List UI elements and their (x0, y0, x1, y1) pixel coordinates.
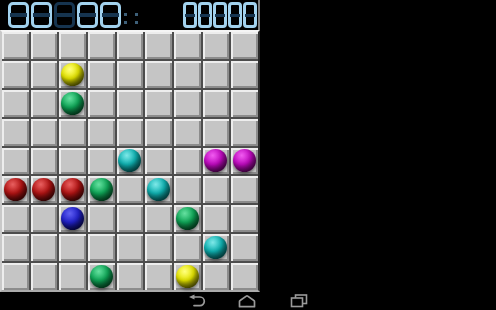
ball-blue[interactable] (61, 207, 84, 230)
cell-r7c2[interactable] (31, 205, 58, 232)
cell-r1c3[interactable] (59, 32, 86, 59)
cell-r1c5[interactable] (117, 32, 144, 59)
cell-r8c1[interactable] (2, 234, 29, 261)
ball-magenta[interactable] (204, 149, 227, 172)
cell-r1c6[interactable] (145, 32, 172, 59)
ball-magenta[interactable] (233, 149, 256, 172)
cell-r3c4[interactable] (88, 90, 115, 117)
ball-green[interactable] (90, 178, 113, 201)
cell-r6c3[interactable] (59, 176, 86, 203)
cell-r5c8[interactable] (203, 148, 230, 175)
cell-r3c3[interactable] (59, 90, 86, 117)
cell-r5c7[interactable] (174, 148, 201, 175)
cell-r6c6[interactable] (145, 176, 172, 203)
ball-green[interactable] (176, 207, 199, 230)
back-arrow-icon (187, 294, 209, 308)
cell-r8c9[interactable] (231, 234, 258, 261)
cell-r6c4[interactable] (88, 176, 115, 203)
cell-r6c9[interactable] (231, 176, 258, 203)
cell-r8c5[interactable] (117, 234, 144, 261)
cell-r8c4[interactable] (88, 234, 115, 261)
cell-r7c1[interactable] (2, 205, 29, 232)
cell-r2c9[interactable] (231, 61, 258, 88)
ball-red[interactable] (32, 178, 55, 201)
recent-apps-icon (288, 294, 310, 308)
lcd-digit-0 (228, 2, 242, 28)
cell-r6c8[interactable] (203, 176, 230, 203)
cell-r1c9[interactable] (231, 32, 258, 59)
cell-r2c3[interactable] (59, 61, 86, 88)
cell-r4c1[interactable] (2, 119, 29, 146)
cell-r3c5[interactable] (117, 90, 144, 117)
cell-r7c7[interactable] (174, 205, 201, 232)
android-navigation-bar (0, 292, 496, 310)
ball-cyan[interactable] (118, 149, 141, 172)
cell-r2c6[interactable] (145, 61, 172, 88)
ball-green[interactable] (90, 265, 113, 288)
cell-r2c2[interactable] (31, 61, 58, 88)
lcd-digit-0 (31, 2, 52, 28)
cell-r3c1[interactable] (2, 90, 29, 117)
ball-yellow[interactable] (61, 63, 84, 86)
cell-r2c1[interactable] (2, 61, 29, 88)
cell-r1c4[interactable] (88, 32, 115, 59)
cell-r1c8[interactable] (203, 32, 230, 59)
ball-cyan[interactable] (147, 178, 170, 201)
cell-r8c2[interactable] (31, 234, 58, 261)
cell-r2c4[interactable] (88, 61, 115, 88)
cell-r8c8[interactable] (203, 234, 230, 261)
cell-r3c9[interactable] (231, 90, 258, 117)
lcd-digit-0 (8, 2, 29, 28)
cell-r8c6[interactable] (145, 234, 172, 261)
back-button[interactable] (187, 294, 209, 308)
cell-r4c5[interactable] (117, 119, 144, 146)
lcd-digit-0 (213, 2, 227, 28)
cell-r9c7[interactable] (174, 263, 201, 290)
cell-r5c9[interactable] (231, 148, 258, 175)
cell-r5c2[interactable] (31, 148, 58, 175)
cell-r9c3[interactable] (59, 263, 86, 290)
game-board (2, 32, 258, 290)
lcd-status-bar (0, 0, 260, 30)
cell-r9c1[interactable] (2, 263, 29, 290)
cell-r6c2[interactable] (31, 176, 58, 203)
cell-r1c1[interactable] (2, 32, 29, 59)
cell-r2c5[interactable] (117, 61, 144, 88)
cell-r1c7[interactable] (174, 32, 201, 59)
cell-r3c8[interactable] (203, 90, 230, 117)
ball-red[interactable] (61, 178, 84, 201)
cell-r6c1[interactable] (2, 176, 29, 203)
panel-right-edge (258, 0, 260, 30)
board-frame (0, 30, 260, 292)
cell-r7c3[interactable] (59, 205, 86, 232)
cell-r4c3[interactable] (59, 119, 86, 146)
cell-r3c6[interactable] (145, 90, 172, 117)
cell-r7c6[interactable] (145, 205, 172, 232)
cell-r7c9[interactable] (231, 205, 258, 232)
cell-r4c6[interactable] (145, 119, 172, 146)
lcd-digit-0 (100, 2, 121, 28)
cell-r6c5[interactable] (117, 176, 144, 203)
lcd-score-display (183, 2, 257, 28)
cell-r3c2[interactable] (31, 90, 58, 117)
cell-r4c7[interactable] (174, 119, 201, 146)
cell-r5c6[interactable] (145, 148, 172, 175)
cell-r4c9[interactable] (231, 119, 258, 146)
separator-colon (124, 13, 127, 24)
ball-green[interactable] (61, 92, 84, 115)
cell-r8c3[interactable] (59, 234, 86, 261)
cell-r9c8[interactable] (203, 263, 230, 290)
cell-r7c4[interactable] (88, 205, 115, 232)
cell-r6c7[interactable] (174, 176, 201, 203)
cell-r5c5[interactable] (117, 148, 144, 175)
cell-r1c2[interactable] (31, 32, 58, 59)
cell-r3c7[interactable] (174, 90, 201, 117)
ball-yellow[interactable] (176, 265, 199, 288)
cell-r4c8[interactable] (203, 119, 230, 146)
cell-r9c6[interactable] (145, 263, 172, 290)
lcd-digit-0 (243, 2, 257, 28)
cell-r9c5[interactable] (117, 263, 144, 290)
lcd-time-display (8, 2, 121, 28)
ball-cyan[interactable] (204, 236, 227, 259)
home-button[interactable] (236, 294, 258, 308)
cell-r5c1[interactable] (2, 148, 29, 175)
cell-r9c2[interactable] (31, 263, 58, 290)
recents-button[interactable] (288, 294, 310, 308)
cell-r2c8[interactable] (203, 61, 230, 88)
separator-colon (135, 13, 138, 24)
cell-r7c5[interactable] (117, 205, 144, 232)
tablet-screen (0, 0, 496, 310)
cell-r9c4[interactable] (88, 263, 115, 290)
cell-r4c2[interactable] (31, 119, 58, 146)
cell-r5c4[interactable] (88, 148, 115, 175)
lcd-digit-0 (183, 2, 197, 28)
home-icon (236, 294, 258, 308)
cell-r8c7[interactable] (174, 234, 201, 261)
cell-r9c9[interactable] (231, 263, 258, 290)
lcd-digit-0 (77, 2, 98, 28)
cell-r4c4[interactable] (88, 119, 115, 146)
ball-red[interactable] (4, 178, 27, 201)
lcd-digit-0 (198, 2, 212, 28)
cell-r7c8[interactable] (203, 205, 230, 232)
cell-r2c7[interactable] (174, 61, 201, 88)
cell-r5c3[interactable] (59, 148, 86, 175)
lcd-unlit-colon (54, 2, 75, 28)
